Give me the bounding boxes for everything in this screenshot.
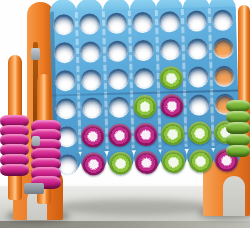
cell-c7r3[interactable] — [211, 61, 238, 90]
hole — [79, 13, 101, 35]
cell-c4r6[interactable] — [133, 148, 160, 177]
hole — [82, 97, 104, 119]
product-photo-giant-connect-four — [0, 0, 250, 228]
green-storage-ring — [226, 111, 250, 123]
cell-c7r2[interactable] — [210, 33, 237, 62]
cell-c4r3[interactable] — [131, 64, 158, 93]
cell-c5r4[interactable] — [158, 91, 185, 120]
hole — [212, 9, 234, 31]
hole — [80, 41, 102, 63]
cell-c3r4[interactable] — [105, 92, 132, 121]
hole — [55, 97, 77, 119]
hole — [81, 69, 103, 91]
hole — [134, 67, 156, 89]
green-storage-ring — [226, 134, 250, 146]
hole — [53, 41, 75, 63]
green-storage-ring — [226, 122, 250, 134]
hole — [214, 65, 236, 87]
hole — [108, 96, 130, 118]
right-leg-arch-cutout — [223, 176, 245, 216]
disc-green — [161, 121, 185, 145]
cell-c7r1[interactable] — [209, 5, 236, 34]
hole — [159, 10, 181, 32]
hole — [107, 40, 129, 62]
disc-green — [159, 65, 183, 89]
hole — [213, 37, 235, 59]
cell-c3r2[interactable] — [104, 36, 131, 65]
disc-magenta — [160, 93, 184, 117]
hole — [187, 66, 209, 88]
cell-c6r4[interactable] — [185, 90, 212, 119]
cell-c6r2[interactable] — [183, 34, 210, 63]
metal-clip-top — [31, 48, 40, 60]
cell-c6r1[interactable] — [183, 6, 210, 35]
cell-c6r3[interactable] — [184, 62, 211, 91]
cell-c2r3[interactable] — [78, 65, 105, 94]
cell-c6r5[interactable] — [186, 118, 213, 147]
cell-c5r2[interactable] — [157, 35, 184, 64]
hole — [133, 39, 155, 61]
cell-c2r6[interactable] — [80, 149, 107, 178]
cell-c5r6[interactable] — [160, 147, 187, 176]
cell-c5r1[interactable] — [156, 7, 183, 36]
disc-green — [188, 121, 212, 145]
hole — [132, 11, 154, 33]
disc-magenta — [135, 150, 159, 174]
cell-c4r5[interactable] — [133, 120, 160, 149]
cell-c4r2[interactable] — [130, 36, 157, 65]
cell-c1r2[interactable] — [51, 38, 78, 67]
cell-c3r1[interactable] — [103, 8, 130, 37]
disc-green — [134, 94, 158, 118]
cell-c4r4[interactable] — [132, 92, 159, 121]
board-grid — [50, 5, 241, 178]
cell-c5r3[interactable] — [158, 63, 185, 92]
hole — [160, 38, 182, 60]
hole — [106, 12, 128, 34]
hole — [53, 13, 75, 35]
disc-green — [188, 149, 212, 173]
connect-four-board — [50, 0, 241, 181]
board-top-scallops — [50, 0, 236, 3]
cell-c2r5[interactable] — [79, 121, 106, 150]
cell-c3r3[interactable] — [104, 64, 131, 93]
cell-c5r5[interactable] — [159, 119, 186, 148]
disc-magenta — [134, 122, 158, 146]
metal-clip-mid — [32, 136, 40, 146]
disc-magenta — [108, 123, 132, 147]
hole — [188, 94, 210, 116]
green-storage-ring — [226, 145, 250, 157]
cell-c4r1[interactable] — [129, 8, 156, 37]
hole — [186, 38, 208, 60]
cell-c6r6[interactable] — [186, 146, 213, 175]
cell-c3r5[interactable] — [106, 120, 133, 149]
cell-c2r4[interactable] — [79, 93, 106, 122]
hole — [185, 10, 207, 32]
disc-green — [109, 151, 133, 175]
metal-bracket — [24, 183, 44, 194]
disc-magenta — [82, 152, 106, 176]
cell-c1r3[interactable] — [51, 66, 78, 95]
disc-magenta — [81, 124, 105, 148]
hole — [107, 68, 129, 90]
green-storage-ring — [226, 100, 250, 112]
pink-storage-ring — [0, 164, 29, 176]
disc-green — [162, 149, 186, 173]
cell-c2r1[interactable] — [76, 9, 103, 38]
board-shadow — [55, 199, 215, 215]
cell-c1r4[interactable] — [52, 94, 79, 123]
cell-c3r6[interactable] — [107, 148, 134, 177]
hole — [54, 69, 76, 91]
floor-shadow-strip — [0, 221, 250, 228]
cell-c2r2[interactable] — [77, 37, 104, 66]
cell-c1r1[interactable] — [50, 10, 77, 39]
